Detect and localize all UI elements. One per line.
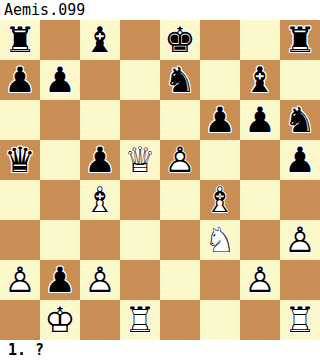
square-g3[interactable]: [240, 220, 280, 260]
piece-black-bishop[interactable]: ♝: [240, 60, 280, 100]
piece-black-pawn[interactable]: ♟: [200, 100, 240, 140]
square-f6[interactable]: ♟: [200, 100, 240, 140]
piece-black-rook[interactable]: ♜: [280, 20, 320, 60]
square-a1[interactable]: [0, 300, 40, 340]
piece-white-rook[interactable]: ♜♖: [120, 300, 160, 340]
square-h2[interactable]: [280, 260, 320, 300]
piece-white-bishop[interactable]: ♝♗: [200, 180, 240, 220]
piece-white-queen[interactable]: ♛♕: [120, 140, 160, 180]
square-h5[interactable]: ♟: [280, 140, 320, 180]
square-c2[interactable]: ♟♙: [80, 260, 120, 300]
square-g6[interactable]: ♟: [240, 100, 280, 140]
piece-black-pawn[interactable]: ♟: [40, 260, 80, 300]
square-c8[interactable]: ♝: [80, 20, 120, 60]
square-d5[interactable]: ♛♕: [120, 140, 160, 180]
square-f7[interactable]: [200, 60, 240, 100]
square-e5[interactable]: ♟♙: [160, 140, 200, 180]
square-a5[interactable]: ♛: [0, 140, 40, 180]
piece-black-pawn[interactable]: ♟: [280, 140, 320, 180]
square-e8[interactable]: ♚: [160, 20, 200, 60]
piece-white-pawn[interactable]: ♟♙: [280, 220, 320, 260]
piece-black-knight[interactable]: ♞: [160, 60, 200, 100]
square-e6[interactable]: [160, 100, 200, 140]
square-d6[interactable]: [120, 100, 160, 140]
square-f4[interactable]: ♝♗: [200, 180, 240, 220]
square-g5[interactable]: [240, 140, 280, 180]
piece-black-rook[interactable]: ♜: [0, 20, 40, 60]
piece-white-pawn[interactable]: ♟♙: [240, 260, 280, 300]
square-c5[interactable]: ♟: [80, 140, 120, 180]
square-d1[interactable]: ♜♖: [120, 300, 160, 340]
piece-black-king[interactable]: ♚: [160, 20, 200, 60]
square-c7[interactable]: [80, 60, 120, 100]
square-g2[interactable]: ♟♙: [240, 260, 280, 300]
square-a4[interactable]: [0, 180, 40, 220]
square-a6[interactable]: [0, 100, 40, 140]
piece-white-pawn[interactable]: ♟♙: [160, 140, 200, 180]
piece-white-pawn[interactable]: ♟♙: [0, 260, 40, 300]
piece-white-rook[interactable]: ♜♖: [280, 300, 320, 340]
window-title: Aemis.099: [0, 0, 320, 20]
piece-black-pawn[interactable]: ♟: [40, 60, 80, 100]
square-f5[interactable]: [200, 140, 240, 180]
square-b8[interactable]: [40, 20, 80, 60]
square-f1[interactable]: [200, 300, 240, 340]
square-d3[interactable]: [120, 220, 160, 260]
piece-white-king[interactable]: ♚♔: [40, 300, 80, 340]
move-prompt: 1. ?: [0, 340, 320, 360]
square-e7[interactable]: ♞: [160, 60, 200, 100]
square-g4[interactable]: [240, 180, 280, 220]
square-b7[interactable]: ♟: [40, 60, 80, 100]
square-b2[interactable]: ♟: [40, 260, 80, 300]
square-b4[interactable]: [40, 180, 80, 220]
piece-black-bishop[interactable]: ♝: [80, 20, 120, 60]
square-h4[interactable]: [280, 180, 320, 220]
square-h3[interactable]: ♟♙: [280, 220, 320, 260]
piece-black-pawn[interactable]: ♟: [0, 60, 40, 100]
chess-board: ♜♝♚♜♟♟♞♝♟♟♞♛♟♛♕♟♙♟♝♗♝♗♞♘♟♙♟♙♟♟♙♟♙♚♔♜♖♜♖: [0, 20, 320, 340]
square-b1[interactable]: ♚♔: [40, 300, 80, 340]
square-a8[interactable]: ♜: [0, 20, 40, 60]
square-d4[interactable]: [120, 180, 160, 220]
square-c4[interactable]: ♝♗: [80, 180, 120, 220]
square-h7[interactable]: [280, 60, 320, 100]
square-g1[interactable]: [240, 300, 280, 340]
square-a3[interactable]: [0, 220, 40, 260]
piece-black-knight[interactable]: ♞: [280, 100, 320, 140]
square-c1[interactable]: [80, 300, 120, 340]
square-a7[interactable]: ♟: [0, 60, 40, 100]
square-d8[interactable]: [120, 20, 160, 60]
piece-white-bishop[interactable]: ♝♗: [80, 180, 120, 220]
square-h1[interactable]: ♜♖: [280, 300, 320, 340]
square-e1[interactable]: [160, 300, 200, 340]
square-f2[interactable]: [200, 260, 240, 300]
square-f3[interactable]: ♞♘: [200, 220, 240, 260]
square-g8[interactable]: [240, 20, 280, 60]
piece-black-queen[interactable]: ♛: [0, 140, 40, 180]
square-h8[interactable]: ♜: [280, 20, 320, 60]
square-c6[interactable]: [80, 100, 120, 140]
square-d7[interactable]: [120, 60, 160, 100]
piece-white-pawn[interactable]: ♟♙: [80, 260, 120, 300]
square-b5[interactable]: [40, 140, 80, 180]
piece-black-pawn[interactable]: ♟: [240, 100, 280, 140]
piece-white-knight[interactable]: ♞♘: [200, 220, 240, 260]
square-a2[interactable]: ♟♙: [0, 260, 40, 300]
square-h6[interactable]: ♞: [280, 100, 320, 140]
square-d2[interactable]: [120, 260, 160, 300]
square-f8[interactable]: [200, 20, 240, 60]
square-c3[interactable]: [80, 220, 120, 260]
square-e2[interactable]: [160, 260, 200, 300]
square-g7[interactable]: ♝: [240, 60, 280, 100]
square-e3[interactable]: [160, 220, 200, 260]
piece-black-pawn[interactable]: ♟: [80, 140, 120, 180]
square-e4[interactable]: [160, 180, 200, 220]
square-b6[interactable]: [40, 100, 80, 140]
square-b3[interactable]: [40, 220, 80, 260]
